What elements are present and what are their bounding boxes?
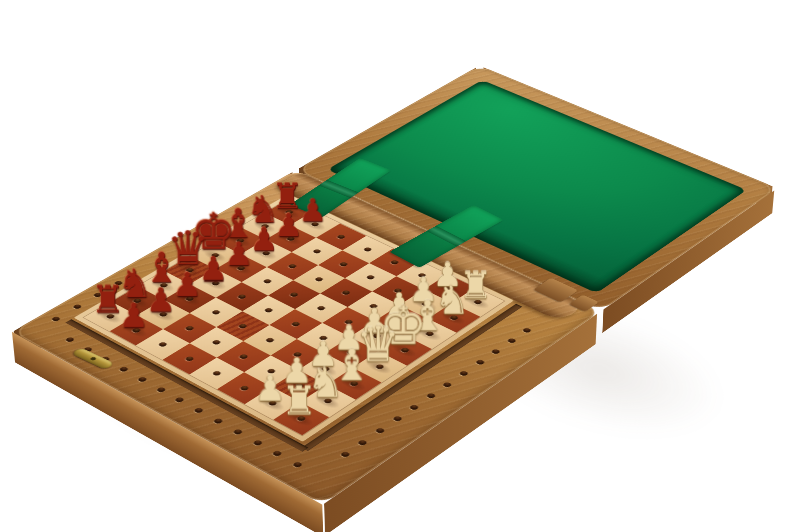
- travel-chess-set-photo: ♜♟♟♜♞♟♟♞♝♟♟♝♚♟♟♚♛♟♟♛♝♟♟♝♞♟♟♞♜♟♟♜: [0, 0, 800, 532]
- peg-hole: [391, 415, 402, 421]
- square-f6[interactable]: [267, 252, 318, 280]
- peg-hole: [490, 348, 500, 354]
- peg-hole: [119, 366, 130, 372]
- peg-hole: [522, 327, 532, 333]
- peg-hole: [233, 428, 244, 435]
- brass-clasp: [71, 347, 115, 370]
- peg-hole: [357, 439, 368, 446]
- peg-hole: [156, 386, 167, 392]
- peg-hole: [252, 439, 263, 446]
- peg-hole: [506, 338, 516, 344]
- peg-hole: [194, 407, 205, 413]
- peg-hole: [293, 461, 304, 468]
- peg-hole: [175, 397, 186, 403]
- peg-hole: [442, 381, 453, 387]
- square-a6[interactable]: [136, 329, 190, 360]
- peg-hole: [339, 451, 350, 458]
- square-g6[interactable]: [292, 238, 343, 265]
- peg-hole: [50, 316, 60, 322]
- peg-hole: [474, 359, 484, 365]
- peg-hole: [458, 370, 469, 376]
- white-rook[interactable]: ♜: [266, 382, 332, 419]
- peg-hole: [425, 393, 436, 399]
- square-b5[interactable]: [190, 327, 244, 358]
- peg-hole: [408, 404, 419, 410]
- peg-hole: [272, 450, 283, 457]
- peg-hole: [65, 336, 75, 342]
- peg-hole: [137, 376, 148, 382]
- peg-hole: [374, 427, 385, 434]
- black-pawn[interactable]: ♟: [103, 300, 166, 332]
- peg-hole: [213, 418, 224, 424]
